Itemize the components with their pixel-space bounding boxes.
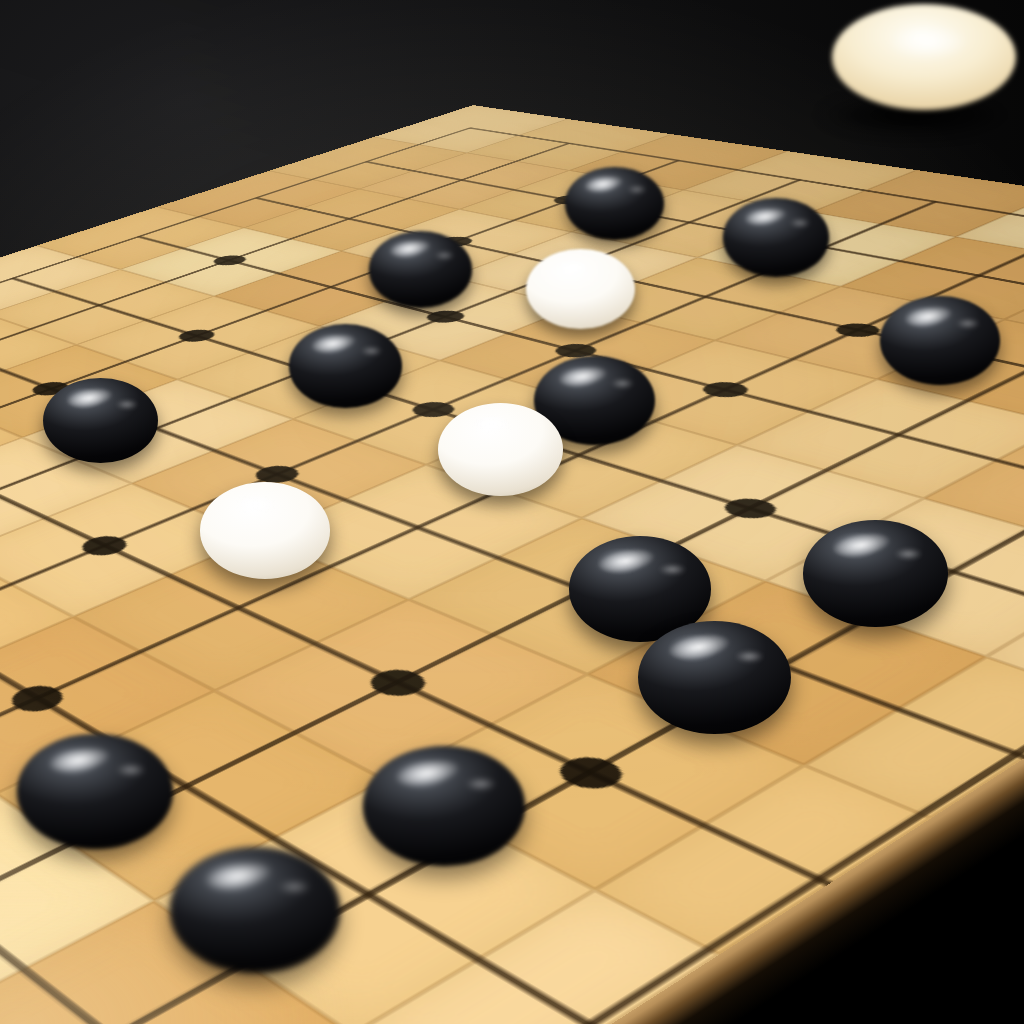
black-stone[interactable]: [880, 296, 1000, 385]
black-stone[interactable]: [638, 621, 791, 734]
stone-bowl-lid[interactable]: [832, 4, 1016, 110]
black-stone[interactable]: [565, 167, 664, 240]
black-stone[interactable]: [369, 231, 472, 308]
white-stone[interactable]: [200, 482, 330, 578]
black-stone[interactable]: [803, 520, 947, 627]
grid-line: [0, 202, 935, 813]
black-stone[interactable]: [723, 198, 829, 276]
photo-stage: [0, 0, 1024, 1024]
star-point-dot: [828, 321, 888, 340]
black-stone[interactable]: [289, 324, 402, 408]
black-stone[interactable]: [17, 734, 172, 849]
white-stone[interactable]: [438, 403, 563, 495]
black-stone[interactable]: [43, 378, 158, 463]
black-stone[interactable]: [170, 847, 340, 973]
white-stone[interactable]: [526, 249, 634, 329]
black-stone[interactable]: [363, 746, 525, 866]
star-point-dot: [695, 379, 757, 400]
